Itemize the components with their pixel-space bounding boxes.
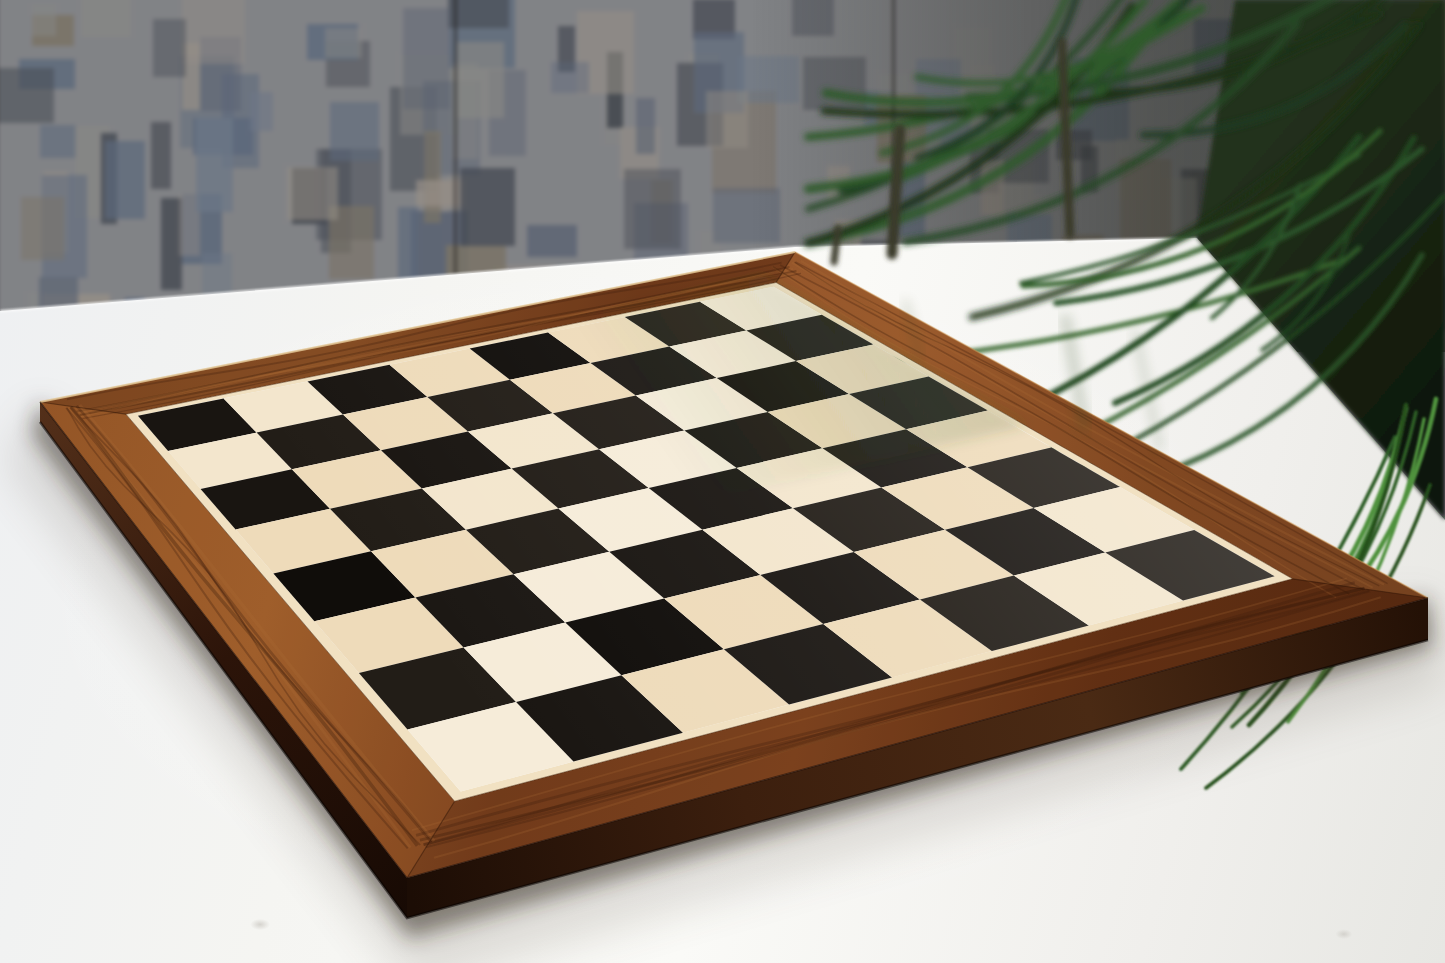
scene	[0, 0, 1445, 963]
chess-board	[0, 0, 1445, 963]
